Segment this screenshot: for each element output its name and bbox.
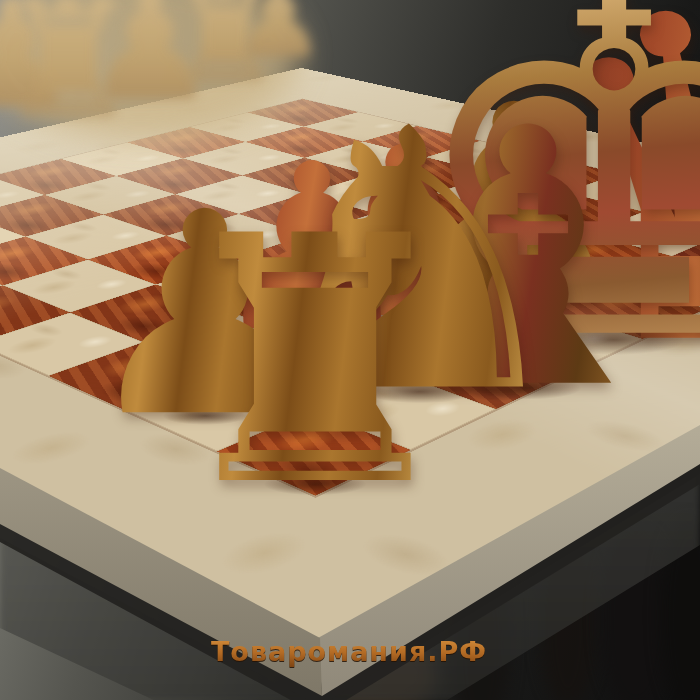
chess-set-photo: ♟♜♟♜♟♟♛♟♟♚♝♞♟♜ Товаромания.РФ bbox=[0, 0, 700, 700]
watermark-text: Товаромания.РФ bbox=[211, 636, 487, 667]
piece-bg-beige-pawn-2: ♟ bbox=[83, 0, 217, 121]
piece-red-rook: ♜ bbox=[163, 192, 468, 532]
pieces-layer: ♟♜♟♜♟♟♛♟♟♚♝♞♟♜ bbox=[0, 0, 700, 700]
